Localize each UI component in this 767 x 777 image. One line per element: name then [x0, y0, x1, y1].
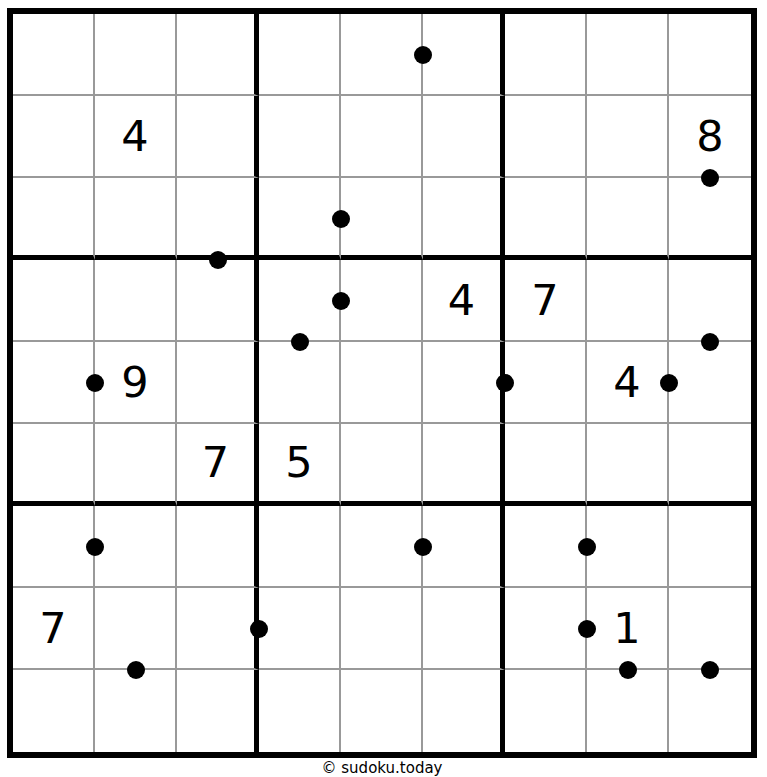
- kropki-dot: [250, 620, 268, 638]
- cell-r4c6[interactable]: 4: [423, 260, 505, 342]
- cell-r8c6[interactable]: [423, 588, 505, 670]
- cell-r2c5[interactable]: [341, 96, 423, 178]
- cell-r7c4[interactable]: [259, 506, 341, 588]
- cell-r6c9[interactable]: [669, 424, 751, 506]
- cell-r5c8[interactable]: 4: [587, 342, 669, 424]
- sudoku-board: 4847947571: [7, 8, 757, 758]
- cell-r3c4[interactable]: [259, 178, 341, 260]
- cell-r4c5[interactable]: [341, 260, 423, 342]
- cell-r2c7[interactable]: [505, 96, 587, 178]
- cell-r7c8[interactable]: [587, 506, 669, 588]
- cell-r1c1[interactable]: [13, 14, 95, 96]
- cell-r6c3[interactable]: 7: [177, 424, 259, 506]
- cell-r9c1[interactable]: [13, 670, 95, 752]
- cell-r9c4[interactable]: [259, 670, 341, 752]
- cell-r6c8[interactable]: [587, 424, 669, 506]
- kropki-dot: [578, 538, 596, 556]
- kropki-dot: [86, 374, 104, 392]
- cell-r4c2[interactable]: [95, 260, 177, 342]
- cell-r5c6[interactable]: [423, 342, 505, 424]
- cell-r1c5[interactable]: [341, 14, 423, 96]
- cell-r1c7[interactable]: [505, 14, 587, 96]
- cell-r5c5[interactable]: [341, 342, 423, 424]
- kropki-dot: [660, 374, 678, 392]
- cell-r9c2[interactable]: [95, 670, 177, 752]
- cell-r9c6[interactable]: [423, 670, 505, 752]
- cell-r9c8[interactable]: [587, 670, 669, 752]
- cell-r6c6[interactable]: [423, 424, 505, 506]
- kropki-dot: [701, 333, 719, 351]
- cell-r2c6[interactable]: [423, 96, 505, 178]
- cell-r8c8[interactable]: 1: [587, 588, 669, 670]
- cell-r7c5[interactable]: [341, 506, 423, 588]
- cell-r7c6[interactable]: [423, 506, 505, 588]
- cell-r3c5[interactable]: [341, 178, 423, 260]
- cell-r1c2[interactable]: [95, 14, 177, 96]
- cell-r1c4[interactable]: [259, 14, 341, 96]
- cell-r1c9[interactable]: [669, 14, 751, 96]
- cell-r4c1[interactable]: [13, 260, 95, 342]
- cell-r8c5[interactable]: [341, 588, 423, 670]
- kropki-dot: [414, 46, 432, 64]
- cell-r2c3[interactable]: [177, 96, 259, 178]
- cell-r8c2[interactable]: [95, 588, 177, 670]
- cell-r9c7[interactable]: [505, 670, 587, 752]
- cell-r3c8[interactable]: [587, 178, 669, 260]
- cell-r7c7[interactable]: [505, 506, 587, 588]
- cell-r5c2[interactable]: 9: [95, 342, 177, 424]
- kropki-dot: [127, 661, 145, 679]
- cell-r4c7[interactable]: 7: [505, 260, 587, 342]
- cell-r9c5[interactable]: [341, 670, 423, 752]
- cell-r5c3[interactable]: [177, 342, 259, 424]
- cell-r3c6[interactable]: [423, 178, 505, 260]
- cell-r6c2[interactable]: [95, 424, 177, 506]
- cell-r8c1[interactable]: 7: [13, 588, 95, 670]
- cell-r5c7[interactable]: [505, 342, 587, 424]
- cell-r8c4[interactable]: [259, 588, 341, 670]
- cell-r7c9[interactable]: [669, 506, 751, 588]
- cell-r7c2[interactable]: [95, 506, 177, 588]
- cell-r1c8[interactable]: [587, 14, 669, 96]
- cell-r2c2[interactable]: 4: [95, 96, 177, 178]
- kropki-dot: [701, 661, 719, 679]
- kropki-dot: [619, 661, 637, 679]
- cell-r4c4[interactable]: [259, 260, 341, 342]
- cell-r7c1[interactable]: [13, 506, 95, 588]
- sudoku-grid: 4847947571: [7, 8, 757, 758]
- copyright: © sudoku.today: [7, 759, 757, 777]
- cell-r5c1[interactable]: [13, 342, 95, 424]
- cell-r3c7[interactable]: [505, 178, 587, 260]
- kropki-dot: [291, 333, 309, 351]
- cell-r3c1[interactable]: [13, 178, 95, 260]
- kropki-dot: [86, 538, 104, 556]
- cell-r9c9[interactable]: [669, 670, 751, 752]
- cell-r4c9[interactable]: [669, 260, 751, 342]
- cell-r8c7[interactable]: [505, 588, 587, 670]
- cell-r7c3[interactable]: [177, 506, 259, 588]
- cell-r5c9[interactable]: [669, 342, 751, 424]
- cell-r4c8[interactable]: [587, 260, 669, 342]
- cell-r6c5[interactable]: [341, 424, 423, 506]
- kropki-dot: [209, 251, 227, 269]
- cell-r3c2[interactable]: [95, 178, 177, 260]
- cell-r2c4[interactable]: [259, 96, 341, 178]
- cell-r3c3[interactable]: [177, 178, 259, 260]
- cell-r2c1[interactable]: [13, 96, 95, 178]
- kropki-dot: [701, 169, 719, 187]
- cell-r2c8[interactable]: [587, 96, 669, 178]
- kropki-dot: [496, 374, 514, 392]
- cell-r1c6[interactable]: [423, 14, 505, 96]
- cell-r5c4[interactable]: [259, 342, 341, 424]
- cell-r4c3[interactable]: [177, 260, 259, 342]
- cell-r6c1[interactable]: [13, 424, 95, 506]
- kropki-dot: [332, 210, 350, 228]
- cell-r6c7[interactable]: [505, 424, 587, 506]
- cell-r9c3[interactable]: [177, 670, 259, 752]
- kropki-dot: [578, 620, 596, 638]
- cell-r8c9[interactable]: [669, 588, 751, 670]
- kropki-dot: [414, 538, 432, 556]
- kropki-dot: [332, 292, 350, 310]
- cell-r3c9[interactable]: [669, 178, 751, 260]
- cell-r1c3[interactable]: [177, 14, 259, 96]
- cell-r6c4[interactable]: 5: [259, 424, 341, 506]
- cell-r2c9[interactable]: 8: [669, 96, 751, 178]
- cell-r8c3[interactable]: [177, 588, 259, 670]
